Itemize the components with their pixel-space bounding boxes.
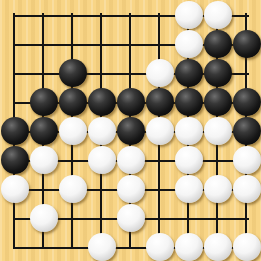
board-intersection[interactable]: ○ bbox=[203, 232, 232, 261]
board-intersection[interactable] bbox=[58, 29, 87, 58]
white-stone: ○ bbox=[88, 117, 116, 145]
board-intersection[interactable]: ● bbox=[232, 87, 261, 116]
board-intersection[interactable] bbox=[29, 29, 58, 58]
board-intersection[interactable]: ○ bbox=[29, 203, 58, 232]
board-intersection[interactable] bbox=[116, 29, 145, 58]
black-stone: ● bbox=[233, 88, 261, 116]
white-stone: ○ bbox=[59, 175, 87, 203]
board-intersection[interactable]: ● bbox=[203, 87, 232, 116]
white-stone: ○ bbox=[88, 233, 116, 261]
board-intersection[interactable]: ○ bbox=[116, 174, 145, 203]
board-intersection[interactable]: ○ bbox=[0, 174, 29, 203]
board-intersection[interactable]: ○ bbox=[174, 0, 203, 29]
board-intersection[interactable] bbox=[232, 0, 261, 29]
board-intersection[interactable] bbox=[116, 58, 145, 87]
board-intersection[interactable] bbox=[29, 232, 58, 261]
board-intersection[interactable]: ○ bbox=[29, 145, 58, 174]
board-intersection[interactable] bbox=[29, 174, 58, 203]
white-stone: ○ bbox=[175, 146, 203, 174]
white-stone: ○ bbox=[204, 233, 232, 261]
white-stone: ○ bbox=[30, 204, 58, 232]
black-stone: ● bbox=[204, 30, 232, 58]
board-intersection[interactable]: ○ bbox=[58, 116, 87, 145]
board-intersection[interactable] bbox=[58, 145, 87, 174]
board-intersection[interactable]: ● bbox=[29, 87, 58, 116]
board-intersection[interactable]: ● bbox=[116, 116, 145, 145]
board-intersection[interactable] bbox=[116, 232, 145, 261]
black-stone: ● bbox=[88, 88, 116, 116]
white-stone: ○ bbox=[117, 146, 145, 174]
board-intersection[interactable] bbox=[145, 145, 174, 174]
board-intersection[interactable] bbox=[203, 203, 232, 232]
board-intersection[interactable]: ○ bbox=[145, 232, 174, 261]
board-intersection[interactable] bbox=[145, 29, 174, 58]
board-intersection[interactable]: ○ bbox=[232, 232, 261, 261]
board-intersection[interactable] bbox=[203, 145, 232, 174]
board-intersection[interactable]: ○ bbox=[145, 116, 174, 145]
board-intersection[interactable]: ● bbox=[232, 116, 261, 145]
board-intersection[interactable]: ● bbox=[174, 87, 203, 116]
black-stone: ● bbox=[175, 59, 203, 87]
board-intersection[interactable] bbox=[116, 0, 145, 29]
board-intersection[interactable] bbox=[87, 29, 116, 58]
board-intersection[interactable] bbox=[58, 0, 87, 29]
board-intersection[interactable] bbox=[29, 0, 58, 29]
board-intersection[interactable] bbox=[29, 58, 58, 87]
white-stone: ○ bbox=[88, 146, 116, 174]
white-stone: ○ bbox=[1, 175, 29, 203]
board-intersection[interactable]: ○ bbox=[203, 174, 232, 203]
white-stone: ○ bbox=[175, 233, 203, 261]
white-stone: ○ bbox=[146, 117, 174, 145]
black-stone: ● bbox=[59, 88, 87, 116]
white-stone: ○ bbox=[175, 117, 203, 145]
white-stone: ○ bbox=[175, 1, 203, 29]
board-intersection[interactable]: ● bbox=[232, 29, 261, 58]
white-stone: ○ bbox=[233, 175, 261, 203]
white-stone: ○ bbox=[146, 233, 174, 261]
board-intersection[interactable]: ● bbox=[87, 87, 116, 116]
board-intersection[interactable]: ● bbox=[116, 87, 145, 116]
board-intersection[interactable] bbox=[87, 174, 116, 203]
white-stone: ○ bbox=[146, 59, 174, 87]
white-stone: ○ bbox=[175, 175, 203, 203]
board-intersection[interactable]: ● bbox=[58, 58, 87, 87]
black-stone: ● bbox=[146, 88, 174, 116]
black-stone: ● bbox=[1, 146, 29, 174]
black-stone: ● bbox=[59, 59, 87, 87]
white-stone: ○ bbox=[175, 30, 203, 58]
board-intersection[interactable]: ○ bbox=[174, 232, 203, 261]
board-intersection[interactable]: ○ bbox=[203, 0, 232, 29]
black-stone: ● bbox=[204, 88, 232, 116]
board-intersection[interactable] bbox=[0, 87, 29, 116]
board-intersection[interactable] bbox=[0, 203, 29, 232]
black-stone: ● bbox=[1, 117, 29, 145]
board-intersection[interactable]: ○ bbox=[232, 145, 261, 174]
white-stone: ○ bbox=[204, 117, 232, 145]
board-intersection[interactable]: ● bbox=[0, 116, 29, 145]
board-intersection[interactable]: ○ bbox=[116, 145, 145, 174]
board-intersection[interactable] bbox=[145, 0, 174, 29]
board-intersection[interactable] bbox=[0, 0, 29, 29]
board-intersection[interactable]: ● bbox=[58, 87, 87, 116]
board-intersection[interactable] bbox=[145, 174, 174, 203]
board-intersection[interactable] bbox=[232, 58, 261, 87]
board-intersection[interactable]: ○ bbox=[232, 174, 261, 203]
board-intersection[interactable]: ○ bbox=[87, 145, 116, 174]
board-intersection[interactable]: ● bbox=[0, 145, 29, 174]
board-intersection[interactable] bbox=[0, 232, 29, 261]
board-intersection[interactable]: ● bbox=[145, 87, 174, 116]
board-intersection[interactable] bbox=[87, 58, 116, 87]
black-stone: ● bbox=[233, 30, 261, 58]
board-intersection[interactable]: ● bbox=[174, 58, 203, 87]
board-intersection[interactable]: ● bbox=[203, 58, 232, 87]
board-intersection[interactable]: ○ bbox=[203, 116, 232, 145]
go-board: ○○○●●●○●●●●●●●●●●●●○○●○○○●●○○○○○○○○○○○○○… bbox=[0, 0, 261, 261]
board-intersection[interactable] bbox=[58, 203, 87, 232]
white-stone: ○ bbox=[30, 146, 58, 174]
board-intersection[interactable]: ○ bbox=[87, 232, 116, 261]
board-intersection[interactable]: ● bbox=[203, 29, 232, 58]
white-stone: ○ bbox=[204, 175, 232, 203]
board-intersection[interactable] bbox=[87, 0, 116, 29]
white-stone: ○ bbox=[233, 146, 261, 174]
board-intersection[interactable] bbox=[145, 203, 174, 232]
board-intersection[interactable]: ○ bbox=[174, 29, 203, 58]
black-stone: ● bbox=[233, 117, 261, 145]
black-stone: ● bbox=[30, 88, 58, 116]
board-intersection[interactable] bbox=[58, 232, 87, 261]
board-intersection[interactable]: ○ bbox=[174, 174, 203, 203]
board-intersection[interactable]: ○ bbox=[116, 203, 145, 232]
black-stone: ● bbox=[117, 117, 145, 145]
white-stone: ○ bbox=[233, 233, 261, 261]
black-stone: ● bbox=[30, 117, 58, 145]
board-intersection[interactable] bbox=[0, 29, 29, 58]
board-intersection[interactable]: ● bbox=[29, 116, 58, 145]
board-intersection[interactable]: ○ bbox=[174, 145, 203, 174]
white-stone: ○ bbox=[117, 175, 145, 203]
board-grid: ○○○●●●○●●●●●●●●●●●●○○●○○○●●○○○○○○○○○○○○○… bbox=[0, 0, 261, 261]
white-stone: ○ bbox=[204, 1, 232, 29]
board-intersection[interactable] bbox=[0, 58, 29, 87]
board-intersection[interactable] bbox=[87, 203, 116, 232]
board-intersection[interactable] bbox=[232, 203, 261, 232]
board-intersection[interactable]: ○ bbox=[145, 58, 174, 87]
black-stone: ● bbox=[204, 59, 232, 87]
board-intersection[interactable] bbox=[174, 203, 203, 232]
black-stone: ● bbox=[175, 88, 203, 116]
board-intersection[interactable]: ○ bbox=[87, 116, 116, 145]
black-stone: ● bbox=[117, 88, 145, 116]
board-intersection[interactable]: ○ bbox=[58, 174, 87, 203]
white-stone: ○ bbox=[117, 204, 145, 232]
white-stone: ○ bbox=[59, 117, 87, 145]
board-intersection[interactable]: ○ bbox=[174, 116, 203, 145]
